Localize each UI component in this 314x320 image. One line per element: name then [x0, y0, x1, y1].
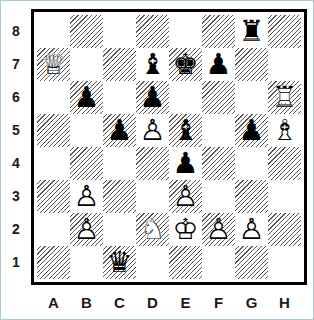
black-piece-glyph: ♛ [103, 246, 136, 279]
piece-black-king: ♚ [169, 48, 202, 81]
white-piece-outline: ♙ [70, 213, 103, 246]
piece-black-queen: ♛ [103, 246, 136, 279]
square-a8 [37, 15, 70, 48]
piece-white-knight: ♞♘ [136, 213, 169, 246]
square-c6 [103, 81, 136, 114]
piece-black-bishop: ♝ [169, 114, 202, 147]
square-e5: ♝ [169, 114, 202, 147]
square-h3 [268, 180, 301, 213]
square-h7 [268, 48, 301, 81]
square-b7 [70, 48, 103, 81]
file-labels: ABCDEFGH [37, 294, 301, 311]
square-c4 [103, 147, 136, 180]
square-d7: ♝ [136, 48, 169, 81]
square-c8 [103, 15, 136, 48]
file-label-a: A [37, 294, 70, 311]
file-label-g: G [235, 294, 268, 311]
file-label-c: C [103, 294, 136, 311]
piece-black-pawn: ♟ [103, 114, 136, 147]
white-piece-outline: ♔ [169, 213, 202, 246]
square-f4 [202, 147, 235, 180]
piece-white-pawn: ♟♙ [70, 180, 103, 213]
black-piece-glyph: ♟ [169, 147, 202, 180]
square-c5: ♟ [103, 114, 136, 147]
square-g6 [235, 81, 268, 114]
square-f6 [202, 81, 235, 114]
square-b1 [70, 246, 103, 279]
square-e4: ♟ [169, 147, 202, 180]
white-piece-outline: ♙ [235, 213, 268, 246]
square-b5 [70, 114, 103, 147]
piece-white-rook: ♜♖ [268, 81, 301, 114]
square-c2 [103, 213, 136, 246]
square-h2 [268, 213, 301, 246]
square-b2: ♟♙ [70, 213, 103, 246]
square-b4 [70, 147, 103, 180]
square-h4 [268, 147, 301, 180]
square-b3: ♟♙ [70, 180, 103, 213]
piece-black-pawn: ♟ [169, 147, 202, 180]
square-b6: ♟ [70, 81, 103, 114]
square-g3 [235, 180, 268, 213]
black-piece-glyph: ♚ [169, 48, 202, 81]
rank-label-4: 4 [6, 147, 26, 180]
square-d1 [136, 246, 169, 279]
square-d8 [136, 15, 169, 48]
piece-white-king: ♚♔ [169, 213, 202, 246]
piece-black-pawn: ♟ [202, 48, 235, 81]
rank-label-7: 7 [6, 48, 26, 81]
piece-white-pawn: ♟♙ [235, 213, 268, 246]
square-f8 [202, 15, 235, 48]
square-f1 [202, 246, 235, 279]
piece-white-pawn: ♟♙ [70, 213, 103, 246]
rank-label-6: 6 [6, 81, 26, 114]
rank-label-5: 5 [6, 114, 26, 147]
rank-label-1: 1 [6, 246, 26, 279]
piece-white-pawn: ♟♙ [169, 180, 202, 213]
square-a5 [37, 114, 70, 147]
square-d2: ♞♘ [136, 213, 169, 246]
file-label-h: H [268, 294, 301, 311]
piece-white-pawn: ♟♙ [202, 213, 235, 246]
square-e3: ♟♙ [169, 180, 202, 213]
file-label-f: F [202, 294, 235, 311]
square-a2 [37, 213, 70, 246]
rank-label-2: 2 [6, 213, 26, 246]
rank-label-8: 8 [6, 15, 26, 48]
chess-diagram-image: 87654321 ♜♛♕♝♚♟♟♟♜♖♟♟♙♝♟♝♗♟♟♙♟♙♟♙♞♘♚♔♟♙♟… [0, 0, 314, 320]
square-f5 [202, 114, 235, 147]
square-b8 [70, 15, 103, 48]
square-c7 [103, 48, 136, 81]
black-piece-glyph: ♟ [136, 81, 169, 114]
square-e1 [169, 246, 202, 279]
black-piece-glyph: ♝ [136, 48, 169, 81]
black-piece-glyph: ♜ [235, 15, 268, 48]
file-label-e: E [169, 294, 202, 311]
square-g8: ♜ [235, 15, 268, 48]
piece-white-bishop: ♝♗ [268, 114, 301, 147]
square-e7: ♚ [169, 48, 202, 81]
square-h6: ♜♖ [268, 81, 301, 114]
square-c3 [103, 180, 136, 213]
square-g2: ♟♙ [235, 213, 268, 246]
square-c1: ♛ [103, 246, 136, 279]
white-piece-outline: ♗ [268, 114, 301, 147]
piece-black-bishop: ♝ [136, 48, 169, 81]
white-piece-outline: ♙ [202, 213, 235, 246]
square-f3 [202, 180, 235, 213]
square-g5: ♟ [235, 114, 268, 147]
square-e8 [169, 15, 202, 48]
square-a3 [37, 180, 70, 213]
piece-black-pawn: ♟ [70, 81, 103, 114]
square-h8 [268, 15, 301, 48]
white-piece-outline: ♖ [268, 81, 301, 114]
file-label-d: D [136, 294, 169, 311]
rank-labels: 87654321 [6, 15, 26, 279]
black-piece-glyph: ♝ [169, 114, 202, 147]
square-f7: ♟ [202, 48, 235, 81]
piece-black-rook: ♜ [235, 15, 268, 48]
black-piece-glyph: ♟ [202, 48, 235, 81]
square-d3 [136, 180, 169, 213]
black-piece-glyph: ♟ [70, 81, 103, 114]
square-h1 [268, 246, 301, 279]
square-a1 [37, 246, 70, 279]
file-label-b: B [70, 294, 103, 311]
piece-white-pawn: ♟♙ [136, 114, 169, 147]
white-piece-outline: ♕ [37, 48, 70, 81]
white-piece-outline: ♙ [136, 114, 169, 147]
square-a6 [37, 81, 70, 114]
piece-black-pawn: ♟ [235, 114, 268, 147]
chess-board: ♜♛♕♝♚♟♟♟♜♖♟♟♙♝♟♝♗♟♟♙♟♙♟♙♞♘♚♔♟♙♟♙♛ [37, 15, 301, 279]
rank-label-3: 3 [6, 180, 26, 213]
white-piece-outline: ♙ [169, 180, 202, 213]
piece-black-pawn: ♟ [136, 81, 169, 114]
square-h5: ♝♗ [268, 114, 301, 147]
square-e2: ♚♔ [169, 213, 202, 246]
square-d5: ♟♙ [136, 114, 169, 147]
white-piece-outline: ♘ [136, 213, 169, 246]
square-f2: ♟♙ [202, 213, 235, 246]
square-a7: ♛♕ [37, 48, 70, 81]
square-d6: ♟ [136, 81, 169, 114]
piece-white-queen: ♛♕ [37, 48, 70, 81]
square-e6 [169, 81, 202, 114]
white-piece-outline: ♙ [70, 180, 103, 213]
square-a4 [37, 147, 70, 180]
square-g1 [235, 246, 268, 279]
square-g7 [235, 48, 268, 81]
chess-board-frame: ♜♛♕♝♚♟♟♟♜♖♟♟♙♝♟♝♗♟♟♙♟♙♟♙♞♘♚♔♟♙♟♙♛ [31, 9, 307, 285]
square-g4 [235, 147, 268, 180]
square-d4 [136, 147, 169, 180]
black-piece-glyph: ♟ [235, 114, 268, 147]
black-piece-glyph: ♟ [103, 114, 136, 147]
